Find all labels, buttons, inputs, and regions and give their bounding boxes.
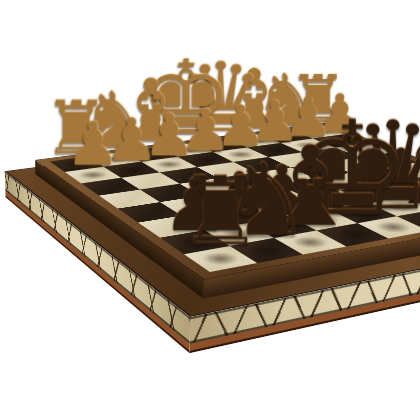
chess-set: ♜♞♝♚♛♝♞♜♟♟♟♟♟♟♟♟♟♟♟♟♟♟♟♟♜♞♝♚♛♝♞♜ bbox=[35, 123, 420, 280]
ebony-rook: ♜ bbox=[135, 163, 306, 258]
chess-set-photo: ♜♞♝♚♛♝♞♜♟♟♟♟♟♟♟♟♟♟♟♟♟♟♟♟♜♞♝♚♛♝♞♜ bbox=[0, 0, 420, 420]
square-h8: ♜ bbox=[184, 246, 257, 272]
